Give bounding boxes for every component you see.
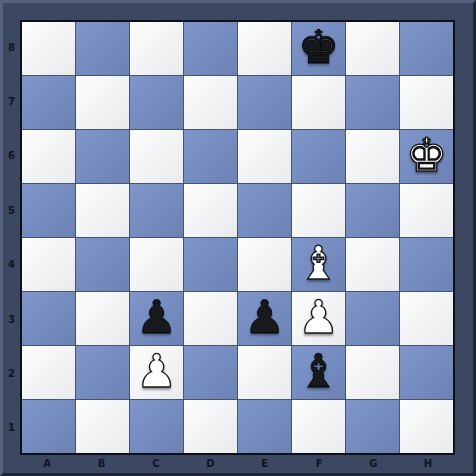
piece-black-pawn[interactable]: ♟ [244, 294, 285, 340]
piece-white-pawn[interactable]: ♟ [298, 294, 339, 340]
piece-black-king[interactable]: ♚ [298, 24, 339, 70]
square-a4[interactable] [22, 238, 75, 291]
square-h7[interactable] [400, 76, 453, 129]
square-h4[interactable] [400, 238, 453, 291]
square-b6[interactable] [76, 130, 129, 183]
square-a5[interactable] [22, 184, 75, 237]
square-c3[interactable]: ♟ [130, 292, 183, 345]
piece-white-king[interactable]: ♚ [406, 132, 447, 178]
square-f1[interactable] [292, 400, 345, 453]
file-label-e: E [238, 455, 292, 472]
piece-white-pawn[interactable]: ♟ [136, 348, 177, 394]
file-label-c: C [129, 455, 183, 472]
square-f8[interactable]: ♚ [292, 22, 345, 75]
square-g8[interactable] [346, 22, 399, 75]
square-d5[interactable] [184, 184, 237, 237]
square-d2[interactable] [184, 346, 237, 399]
square-a8[interactable] [22, 22, 75, 75]
piece-white-bishop[interactable]: ♝ [298, 240, 339, 286]
square-a6[interactable] [22, 130, 75, 183]
file-label-a: A [20, 455, 74, 472]
square-g6[interactable] [346, 130, 399, 183]
file-label-g: G [346, 455, 400, 472]
square-c8[interactable] [130, 22, 183, 75]
square-g5[interactable] [346, 184, 399, 237]
file-labels: ABCDEFGH [20, 455, 455, 472]
square-c6[interactable] [130, 130, 183, 183]
rank-label-4: 4 [3, 238, 20, 292]
square-d6[interactable] [184, 130, 237, 183]
square-g1[interactable] [346, 400, 399, 453]
square-h2[interactable] [400, 346, 453, 399]
square-e6[interactable] [238, 130, 291, 183]
square-h6[interactable]: ♚ [400, 130, 453, 183]
square-h1[interactable] [400, 400, 453, 453]
file-label-h: H [401, 455, 455, 472]
square-a7[interactable] [22, 76, 75, 129]
square-c5[interactable] [130, 184, 183, 237]
square-f6[interactable] [292, 130, 345, 183]
rank-label-7: 7 [3, 74, 20, 128]
square-a3[interactable] [22, 292, 75, 345]
chessboard-frame: 87654321 ABCDEFGH ♚♚♝♟♟♟♟♝ [0, 0, 476, 476]
chessboard: ♚♚♝♟♟♟♟♝ [20, 20, 455, 455]
square-e5[interactable] [238, 184, 291, 237]
square-d4[interactable] [184, 238, 237, 291]
square-d3[interactable] [184, 292, 237, 345]
square-b3[interactable] [76, 292, 129, 345]
square-g7[interactable] [346, 76, 399, 129]
square-d1[interactable] [184, 400, 237, 453]
square-h5[interactable] [400, 184, 453, 237]
rank-label-5: 5 [3, 183, 20, 237]
square-f7[interactable] [292, 76, 345, 129]
square-e3[interactable]: ♟ [238, 292, 291, 345]
square-g2[interactable] [346, 346, 399, 399]
square-e1[interactable] [238, 400, 291, 453]
square-e4[interactable] [238, 238, 291, 291]
square-b5[interactable] [76, 184, 129, 237]
square-e7[interactable] [238, 76, 291, 129]
square-g4[interactable] [346, 238, 399, 291]
square-b1[interactable] [76, 400, 129, 453]
file-label-b: B [74, 455, 128, 472]
square-b7[interactable] [76, 76, 129, 129]
file-label-d: D [183, 455, 237, 472]
square-d7[interactable] [184, 76, 237, 129]
square-c4[interactable] [130, 238, 183, 291]
square-e2[interactable] [238, 346, 291, 399]
rank-label-6: 6 [3, 129, 20, 183]
square-h8[interactable] [400, 22, 453, 75]
square-d8[interactable] [184, 22, 237, 75]
piece-black-pawn[interactable]: ♟ [136, 294, 177, 340]
rank-label-3: 3 [3, 292, 20, 346]
square-b2[interactable] [76, 346, 129, 399]
square-b8[interactable] [76, 22, 129, 75]
piece-black-bishop[interactable]: ♝ [298, 348, 339, 394]
square-g3[interactable] [346, 292, 399, 345]
square-c7[interactable] [130, 76, 183, 129]
square-b4[interactable] [76, 238, 129, 291]
square-e8[interactable] [238, 22, 291, 75]
rank-labels: 87654321 [3, 20, 20, 455]
square-h3[interactable] [400, 292, 453, 345]
rank-label-1: 1 [3, 401, 20, 455]
square-c1[interactable] [130, 400, 183, 453]
square-a1[interactable] [22, 400, 75, 453]
square-f5[interactable] [292, 184, 345, 237]
rank-label-2: 2 [3, 346, 20, 400]
file-label-f: F [292, 455, 346, 472]
square-f4[interactable]: ♝ [292, 238, 345, 291]
square-f2[interactable]: ♝ [292, 346, 345, 399]
square-a2[interactable] [22, 346, 75, 399]
square-f3[interactable]: ♟ [292, 292, 345, 345]
rank-label-8: 8 [3, 20, 20, 74]
square-c2[interactable]: ♟ [130, 346, 183, 399]
